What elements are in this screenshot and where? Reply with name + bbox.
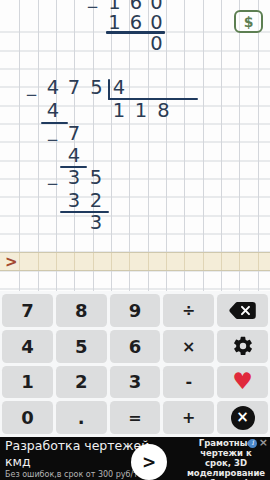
- ad-banner[interactable]: Разработка чертежей кмд Без ошибок,в сро…: [0, 437, 270, 480]
- key-multiply[interactable]: ×: [163, 330, 214, 363]
- math-digit: 3: [90, 213, 102, 233]
- math-digit: 7: [68, 124, 80, 144]
- app-screen: −1601600−47544118−74−35323 > $ 789÷456×1…: [0, 0, 270, 480]
- math-digit: 4: [47, 78, 59, 98]
- key-divide[interactable]: ÷: [163, 294, 214, 327]
- key-5[interactable]: 5: [56, 330, 107, 363]
- key-4[interactable]: 4: [2, 330, 53, 363]
- ad-right-line1: Грамотные чертежи к: [182, 438, 270, 458]
- key-decimal[interactable]: .: [56, 401, 107, 434]
- worksheet-grid: −1601600−47544118−74−35323 > $: [0, 0, 270, 291]
- division-rule-line: [106, 31, 165, 34]
- math-digit: 4: [68, 146, 80, 166]
- minus-sign: −: [86, 0, 99, 14]
- math-digit: 1: [113, 101, 125, 121]
- math-digit: 4: [113, 78, 125, 98]
- minus-sign: −: [46, 133, 59, 148]
- math-digit: 5: [90, 168, 102, 188]
- key-0[interactable]: 0: [2, 401, 53, 434]
- math-digit: 6: [130, 13, 142, 33]
- ad-right-line2: срок, 3D моделирование: [182, 458, 270, 478]
- math-digit: 7: [68, 78, 80, 98]
- ad-info-icon[interactable]: i: [248, 439, 257, 448]
- ad-title-line2: кмд: [5, 454, 31, 469]
- command-input-row[interactable]: >: [0, 252, 270, 271]
- close-circle-icon: ×: [231, 406, 255, 430]
- backspace-icon: [229, 302, 256, 319]
- key-equals[interactable]: =: [110, 401, 161, 434]
- key-3[interactable]: 3: [110, 366, 161, 399]
- key-8[interactable]: 8: [56, 294, 107, 327]
- math-digit: 4: [47, 101, 59, 121]
- division-rule-line: [41, 122, 69, 125]
- math-digit: 0: [150, 13, 162, 33]
- currency-button[interactable]: $: [234, 10, 263, 33]
- heart-icon: ♥: [232, 370, 253, 393]
- key-2[interactable]: 2: [56, 366, 107, 399]
- minus-sign: −: [25, 87, 38, 102]
- gear-icon: [232, 335, 254, 357]
- chevron-right-icon: >: [142, 452, 156, 472]
- key-favorite[interactable]: ♥: [217, 366, 268, 399]
- ad-cta-button[interactable]: >: [131, 444, 167, 480]
- math-digit: 0: [150, 34, 162, 54]
- ad-title: Разработка чертежей: [5, 438, 149, 453]
- math-digit: 2: [90, 191, 102, 211]
- minus-sign: −: [46, 177, 59, 192]
- key-plus[interactable]: +: [163, 401, 214, 434]
- division-rule-line: [108, 98, 198, 101]
- key-1[interactable]: 1: [2, 366, 53, 399]
- math-digit: 3: [68, 191, 80, 211]
- math-digit: 8: [157, 101, 169, 121]
- key-minus[interactable]: -: [163, 366, 214, 399]
- key-backspace[interactable]: [217, 294, 268, 327]
- key-settings[interactable]: [217, 330, 268, 363]
- key-9[interactable]: 9: [110, 294, 161, 327]
- key-clear[interactable]: ×: [217, 401, 268, 434]
- math-digit: 1: [135, 101, 147, 121]
- prompt-caret: >: [5, 254, 18, 271]
- key-7[interactable]: 7: [2, 294, 53, 327]
- division-rule-line: [60, 166, 87, 169]
- math-digit: 1: [108, 13, 120, 33]
- math-digit: 5: [90, 78, 102, 98]
- calculator-keypad: 789÷456×123-♥0.=+×: [0, 291, 270, 437]
- ad-close-icon[interactable]: ×: [259, 437, 268, 448]
- dollar-icon: $: [244, 14, 254, 30]
- key-6[interactable]: 6: [110, 330, 161, 363]
- math-digit: 3: [68, 168, 80, 188]
- ad-subtitle: Без ошибок,в срок от 300 руб/т: [5, 470, 138, 479]
